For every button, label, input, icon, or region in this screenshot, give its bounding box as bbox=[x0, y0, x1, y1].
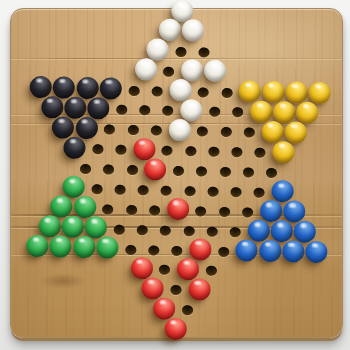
marble-green[interactable] bbox=[62, 176, 84, 198]
marble-white[interactable] bbox=[171, 0, 193, 22]
hole[interactable] bbox=[138, 185, 149, 195]
marble-red[interactable] bbox=[166, 198, 188, 220]
hole[interactable] bbox=[163, 106, 174, 116]
hole[interactable] bbox=[231, 187, 242, 197]
marble-black[interactable] bbox=[75, 117, 97, 139]
marble-red[interactable] bbox=[189, 238, 211, 260]
hole[interactable] bbox=[114, 224, 125, 234]
hole[interactable] bbox=[218, 246, 229, 256]
hole[interactable] bbox=[219, 207, 230, 217]
hole[interactable] bbox=[139, 106, 150, 116]
hole[interactable] bbox=[162, 146, 173, 156]
hole[interactable] bbox=[150, 126, 161, 136]
marble-green[interactable] bbox=[61, 216, 83, 238]
hole[interactable] bbox=[198, 87, 209, 97]
hole[interactable] bbox=[163, 66, 174, 76]
hole[interactable] bbox=[232, 107, 243, 117]
hole[interactable] bbox=[171, 245, 182, 255]
marble-green[interactable] bbox=[85, 216, 107, 238]
marble-green[interactable] bbox=[49, 235, 71, 257]
hole[interactable] bbox=[195, 206, 206, 216]
hole[interactable] bbox=[128, 85, 139, 95]
hole[interactable] bbox=[149, 205, 160, 215]
hole[interactable] bbox=[196, 166, 207, 176]
marble-yellow[interactable] bbox=[285, 81, 307, 103]
hole[interactable] bbox=[148, 245, 159, 255]
marble-red[interactable] bbox=[188, 278, 210, 300]
marble-red[interactable] bbox=[144, 158, 166, 180]
hole[interactable] bbox=[91, 184, 102, 194]
marble-black[interactable] bbox=[29, 76, 51, 98]
hole[interactable] bbox=[209, 107, 220, 117]
marble-black[interactable] bbox=[63, 136, 85, 158]
marble-blue[interactable] bbox=[283, 200, 305, 222]
hole[interactable] bbox=[126, 205, 137, 215]
marble-yellow[interactable] bbox=[272, 141, 294, 163]
hole[interactable] bbox=[104, 125, 115, 135]
marble-white[interactable] bbox=[159, 19, 181, 41]
hole[interactable] bbox=[207, 226, 218, 236]
marble-blue[interactable] bbox=[259, 240, 281, 262]
hole[interactable] bbox=[137, 225, 148, 235]
marble-black[interactable] bbox=[99, 77, 121, 99]
marble-white[interactable] bbox=[135, 58, 157, 80]
hole[interactable] bbox=[208, 147, 219, 157]
hole[interactable] bbox=[231, 147, 242, 157]
marble-yellow[interactable] bbox=[261, 120, 283, 142]
hole[interactable] bbox=[243, 128, 254, 138]
marble-red[interactable] bbox=[130, 257, 152, 279]
hole[interactable] bbox=[255, 148, 266, 158]
marble-yellow[interactable] bbox=[262, 81, 284, 103]
photo-stage bbox=[0, 0, 350, 350]
hole[interactable] bbox=[102, 204, 113, 214]
marble-blue[interactable] bbox=[271, 220, 293, 242]
marble-green[interactable] bbox=[50, 196, 72, 218]
hole[interactable] bbox=[206, 266, 217, 276]
hole[interactable] bbox=[170, 285, 181, 295]
marble-red[interactable] bbox=[177, 258, 199, 280]
marble-black[interactable] bbox=[87, 97, 109, 119]
hole[interactable] bbox=[243, 167, 254, 177]
hole[interactable] bbox=[80, 164, 91, 174]
marble-blue[interactable] bbox=[259, 200, 281, 222]
hole[interactable] bbox=[116, 105, 127, 115]
marble-blue[interactable] bbox=[247, 220, 269, 242]
marble-green[interactable] bbox=[96, 236, 118, 258]
hole[interactable] bbox=[183, 226, 194, 236]
marble-yellow[interactable] bbox=[239, 80, 261, 102]
marble-black[interactable] bbox=[53, 76, 75, 98]
hole[interactable] bbox=[254, 187, 265, 197]
hole[interactable] bbox=[242, 207, 253, 217]
hole[interactable] bbox=[126, 165, 137, 175]
hole[interactable] bbox=[221, 87, 232, 97]
marble-yellow[interactable] bbox=[308, 82, 330, 104]
marble-red[interactable] bbox=[142, 277, 164, 299]
marble-white[interactable] bbox=[181, 59, 203, 81]
hole[interactable] bbox=[160, 225, 171, 235]
hole[interactable] bbox=[230, 227, 241, 237]
marble-blue[interactable] bbox=[305, 241, 327, 263]
chinese-checkers-board bbox=[10, 8, 343, 338]
hole[interactable] bbox=[103, 164, 114, 174]
marble-black[interactable] bbox=[76, 77, 98, 99]
marble-white[interactable] bbox=[180, 99, 202, 121]
hole[interactable] bbox=[92, 144, 103, 154]
marble-black[interactable] bbox=[64, 96, 86, 118]
marble-red[interactable] bbox=[164, 317, 186, 339]
marble-white[interactable] bbox=[169, 79, 191, 101]
hole[interactable] bbox=[173, 166, 184, 176]
marble-white[interactable] bbox=[204, 60, 226, 82]
marble-blue[interactable] bbox=[235, 239, 257, 261]
marble-white[interactable] bbox=[168, 119, 190, 141]
hole[interactable] bbox=[127, 125, 138, 135]
hole[interactable] bbox=[184, 186, 195, 196]
hole[interactable] bbox=[175, 47, 186, 57]
hole[interactable] bbox=[199, 47, 210, 57]
hole[interactable] bbox=[114, 185, 125, 195]
hole[interactable] bbox=[219, 167, 230, 177]
marble-green[interactable] bbox=[38, 215, 60, 237]
hole[interactable] bbox=[197, 127, 208, 137]
marble-yellow[interactable] bbox=[273, 101, 295, 123]
marble-yellow[interactable] bbox=[296, 101, 318, 123]
marble-red[interactable] bbox=[133, 138, 155, 160]
marble-blue[interactable] bbox=[282, 240, 304, 262]
marble-yellow[interactable] bbox=[250, 100, 272, 122]
marble-blue[interactable] bbox=[271, 180, 293, 202]
marble-green[interactable] bbox=[73, 196, 95, 218]
marble-black[interactable] bbox=[41, 96, 63, 118]
star-grid bbox=[8, 6, 346, 341]
marble-green[interactable] bbox=[73, 236, 95, 258]
hole[interactable] bbox=[151, 86, 162, 96]
hole[interactable] bbox=[159, 265, 170, 275]
hole[interactable] bbox=[115, 145, 126, 155]
marble-green[interactable] bbox=[26, 235, 48, 257]
marble-black[interactable] bbox=[52, 116, 74, 138]
hole[interactable] bbox=[207, 186, 218, 196]
hole[interactable] bbox=[182, 305, 193, 315]
marble-yellow[interactable] bbox=[284, 121, 306, 143]
hole[interactable] bbox=[220, 127, 231, 137]
marble-red[interactable] bbox=[153, 297, 175, 319]
hole[interactable] bbox=[185, 146, 196, 156]
marble-white[interactable] bbox=[147, 39, 169, 61]
marble-white[interactable] bbox=[182, 19, 204, 41]
hole[interactable] bbox=[266, 168, 277, 178]
hole[interactable] bbox=[161, 186, 172, 196]
marble-blue[interactable] bbox=[294, 221, 316, 243]
hole[interactable] bbox=[125, 244, 136, 254]
